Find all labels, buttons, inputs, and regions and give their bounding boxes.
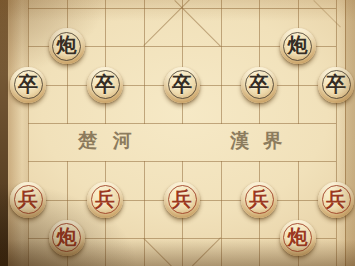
- xiangqi-board[interactable]: 楚河 漢界 炮炮卒卒卒卒卒兵兵兵兵兵炮炮: [0, 0, 355, 266]
- piece-black-soldier[interactable]: 卒: [10, 67, 46, 103]
- piece-red-cannon[interactable]: 炮: [280, 220, 316, 256]
- pieces-layer: 炮炮卒卒卒卒卒兵兵兵兵兵炮炮: [9, 0, 355, 257]
- piece-ring: [91, 185, 120, 214]
- piece-ring: [14, 70, 43, 99]
- piece-red-cannon[interactable]: 炮: [49, 220, 85, 256]
- piece-ring: [283, 32, 312, 61]
- piece-ring: [168, 185, 197, 214]
- piece-black-cannon[interactable]: 炮: [280, 28, 316, 64]
- piece-ring: [322, 70, 351, 99]
- piece-red-soldier[interactable]: 兵: [241, 182, 277, 218]
- piece-black-soldier[interactable]: 卒: [87, 67, 123, 103]
- piece-ring: [245, 70, 274, 99]
- piece-black-cannon[interactable]: 炮: [49, 28, 85, 64]
- piece-red-soldier[interactable]: 兵: [318, 182, 354, 218]
- piece-ring: [52, 32, 81, 61]
- piece-red-soldier[interactable]: 兵: [87, 182, 123, 218]
- piece-black-soldier[interactable]: 卒: [164, 67, 200, 103]
- piece-red-soldier[interactable]: 兵: [10, 182, 46, 218]
- piece-ring: [52, 223, 81, 252]
- piece-ring: [168, 70, 197, 99]
- piece-black-soldier[interactable]: 卒: [318, 67, 354, 103]
- piece-red-soldier[interactable]: 兵: [164, 182, 200, 218]
- piece-black-soldier[interactable]: 卒: [241, 67, 277, 103]
- piece-ring: [245, 185, 274, 214]
- piece-ring: [14, 185, 43, 214]
- piece-ring: [91, 70, 120, 99]
- piece-ring: [283, 223, 312, 252]
- piece-ring: [322, 185, 351, 214]
